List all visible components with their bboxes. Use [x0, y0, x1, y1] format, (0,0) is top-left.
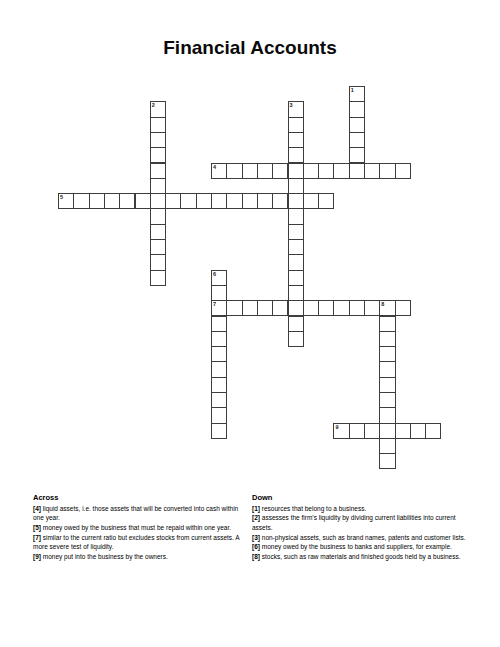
- cell-number: 2: [152, 102, 155, 109]
- crossword-cell[interactable]: [288, 117, 304, 133]
- crossword-cell[interactable]: [349, 147, 365, 163]
- clue-number: [4]: [33, 505, 41, 512]
- crossword-cell[interactable]: [257, 193, 273, 209]
- crossword-cell[interactable]: [211, 331, 227, 347]
- crossword-cell[interactable]: 4: [211, 163, 227, 179]
- crossword-page: Financial Accounts 123456789 Across [4] …: [0, 0, 500, 647]
- clue-text: money owed by the business that must be …: [43, 524, 231, 531]
- crossword-cell[interactable]: [379, 423, 395, 439]
- crossword-cell[interactable]: [211, 193, 227, 209]
- crossword-cell[interactable]: [349, 300, 365, 316]
- crossword-cell[interactable]: [364, 300, 380, 316]
- crossword-cell[interactable]: [150, 239, 166, 255]
- clue-text: resources that belong to a business.: [262, 505, 366, 512]
- clue-number: [7]: [33, 534, 41, 541]
- crossword-cell[interactable]: [303, 193, 319, 209]
- crossword-cell[interactable]: [211, 346, 227, 362]
- crossword-cell[interactable]: [150, 208, 166, 224]
- clue-text: similar to the current ratio but exclude…: [33, 534, 239, 551]
- crossword-cell[interactable]: [379, 453, 395, 469]
- crossword-cell[interactable]: [288, 300, 304, 316]
- clue-across-7: [7] similar to the current ratio but exc…: [33, 533, 248, 552]
- crossword-cell[interactable]: [150, 270, 166, 286]
- crossword-cell[interactable]: [150, 147, 166, 163]
- crossword-cell[interactable]: [226, 163, 242, 179]
- crossword-cell[interactable]: [288, 316, 304, 332]
- clue-across-9: [9] money put into the business by the o…: [33, 552, 248, 562]
- crossword-cell[interactable]: [211, 377, 227, 393]
- crossword-cell[interactable]: [379, 392, 395, 408]
- crossword-cell[interactable]: [333, 300, 349, 316]
- clue-text: money put into the business by the owner…: [43, 553, 168, 560]
- clue-text: assesses the firm’s liquidity by dividin…: [252, 514, 456, 531]
- crossword-cell[interactable]: [349, 117, 365, 133]
- crossword-cell[interactable]: [196, 193, 212, 209]
- crossword-cell[interactable]: [395, 163, 411, 179]
- crossword-cell[interactable]: [349, 101, 365, 117]
- crossword-cell[interactable]: [318, 300, 334, 316]
- crossword-cell[interactable]: [288, 132, 304, 148]
- crossword-cell[interactable]: 3: [288, 101, 304, 117]
- crossword-cell[interactable]: [242, 300, 258, 316]
- cell-number: 4: [213, 164, 216, 171]
- clue-number: [6]: [252, 543, 260, 550]
- crossword-cell[interactable]: [73, 193, 89, 209]
- crossword-cell[interactable]: [288, 193, 304, 209]
- clue-across-4: [4] liquid assets, i.e. those assets tha…: [33, 504, 248, 523]
- crossword-cell[interactable]: [288, 178, 304, 194]
- clue-number: [1]: [252, 505, 260, 512]
- crossword-cell[interactable]: [257, 300, 273, 316]
- crossword-cell[interactable]: [180, 193, 196, 209]
- crossword-cell[interactable]: [89, 193, 105, 209]
- crossword-cell[interactable]: 7: [211, 300, 227, 316]
- clue-number: [5]: [33, 524, 41, 531]
- crossword-grid: 123456789: [58, 86, 442, 470]
- crossword-cell[interactable]: [242, 163, 258, 179]
- crossword-cell[interactable]: [211, 407, 227, 423]
- crossword-cell[interactable]: [288, 239, 304, 255]
- crossword-cell[interactable]: [165, 193, 181, 209]
- crossword-cell[interactable]: [150, 132, 166, 148]
- clue-down-6: [6] money owed by the business to banks …: [252, 542, 467, 552]
- crossword-cell[interactable]: [211, 285, 227, 301]
- crossword-cell[interactable]: [150, 117, 166, 133]
- crossword-cell[interactable]: [303, 300, 319, 316]
- crossword-cell[interactable]: [333, 163, 349, 179]
- cell-number: 3: [290, 102, 293, 109]
- crossword-cell[interactable]: [364, 163, 380, 179]
- clue-text: non-physical assets, such as brand names…: [262, 534, 466, 541]
- crossword-cell[interactable]: [379, 407, 395, 423]
- crossword-cell[interactable]: 6: [211, 270, 227, 286]
- clue-number: [8]: [252, 553, 260, 560]
- crossword-cell[interactable]: [211, 361, 227, 377]
- crossword-cell[interactable]: [349, 423, 365, 439]
- crossword-cell[interactable]: [288, 331, 304, 347]
- down-clues-section: Down [1] resources that belong to a busi…: [252, 493, 467, 562]
- crossword-cell[interactable]: [211, 316, 227, 332]
- crossword-cell[interactable]: 5: [58, 193, 74, 209]
- crossword-cell[interactable]: [288, 224, 304, 240]
- crossword-cell[interactable]: [288, 285, 304, 301]
- crossword-cell[interactable]: [379, 163, 395, 179]
- across-clues-section: Across [4] liquid assets, i.e. those ass…: [33, 493, 248, 562]
- cell-number: 8: [381, 301, 384, 308]
- cell-number: 6: [213, 271, 216, 278]
- crossword-cell[interactable]: [379, 377, 395, 393]
- clue-across-5: [5] money owed by the business that must…: [33, 523, 248, 533]
- crossword-cell[interactable]: [379, 438, 395, 454]
- clue-down-1: [1] resources that belong to a business.: [252, 504, 467, 514]
- crossword-cell[interactable]: [318, 193, 334, 209]
- crossword-cell[interactable]: [349, 163, 365, 179]
- page-title: Financial Accounts: [0, 37, 500, 59]
- clue-down-3: [3] non-physical assets, such as brand n…: [252, 533, 467, 543]
- clue-text: money owed by the business to banks and …: [262, 543, 452, 550]
- crossword-cell[interactable]: [379, 346, 395, 362]
- crossword-cell[interactable]: [150, 224, 166, 240]
- crossword-cell[interactable]: [242, 193, 258, 209]
- crossword-cell[interactable]: [272, 163, 288, 179]
- crossword-cell[interactable]: [379, 331, 395, 347]
- crossword-cell[interactable]: [395, 423, 411, 439]
- crossword-cell[interactable]: [150, 163, 166, 179]
- crossword-cell[interactable]: [226, 193, 242, 209]
- clue-number: [9]: [33, 553, 41, 560]
- crossword-cell[interactable]: [272, 193, 288, 209]
- cell-number: 9: [335, 424, 338, 431]
- crossword-cell[interactable]: [395, 300, 411, 316]
- crossword-cell[interactable]: [150, 254, 166, 270]
- crossword-cell[interactable]: [303, 163, 319, 179]
- crossword-cell[interactable]: [150, 193, 166, 209]
- crossword-cell[interactable]: [288, 163, 304, 179]
- crossword-cell[interactable]: 1: [349, 86, 365, 102]
- crossword-cell[interactable]: [257, 163, 273, 179]
- crossword-cell[interactable]: [272, 300, 288, 316]
- crossword-cell[interactable]: [119, 193, 135, 209]
- cell-number: 7: [213, 301, 216, 308]
- clue-down-8: [8] stocks, such as raw materials and fi…: [252, 552, 467, 562]
- crossword-cell[interactable]: 8: [379, 300, 395, 316]
- crossword-cell[interactable]: [364, 423, 380, 439]
- crossword-cell[interactable]: [379, 361, 395, 377]
- clue-text: liquid assets, i.e. those assets that wi…: [33, 505, 238, 522]
- clue-text: stocks, such as raw materials and finish…: [262, 553, 461, 560]
- crossword-cell[interactable]: [211, 423, 227, 439]
- crossword-cell[interactable]: [226, 300, 242, 316]
- crossword-cell[interactable]: [104, 193, 120, 209]
- crossword-cell[interactable]: 2: [150, 101, 166, 117]
- crossword-cell[interactable]: [135, 193, 151, 209]
- crossword-cell[interactable]: [211, 392, 227, 408]
- clue-number: [2]: [252, 514, 260, 521]
- crossword-cell[interactable]: 9: [333, 423, 349, 439]
- crossword-cell[interactable]: [150, 178, 166, 194]
- down-header: Down: [252, 493, 467, 504]
- crossword-cell[interactable]: [379, 316, 395, 332]
- crossword-cell[interactable]: [410, 423, 426, 439]
- crossword-cell[interactable]: [425, 423, 441, 439]
- clue-down-2: [2] assesses the firm’s liquidity by div…: [252, 513, 467, 532]
- cell-number: 1: [351, 87, 354, 94]
- clue-number: [3]: [252, 534, 260, 541]
- cell-number: 5: [60, 194, 63, 201]
- crossword-cell[interactable]: [318, 163, 334, 179]
- across-header: Across: [33, 493, 248, 504]
- crossword-cell[interactable]: [288, 254, 304, 270]
- crossword-cell[interactable]: [288, 147, 304, 163]
- crossword-cell[interactable]: [349, 132, 365, 148]
- crossword-cell[interactable]: [288, 208, 304, 224]
- crossword-cell[interactable]: [288, 270, 304, 286]
